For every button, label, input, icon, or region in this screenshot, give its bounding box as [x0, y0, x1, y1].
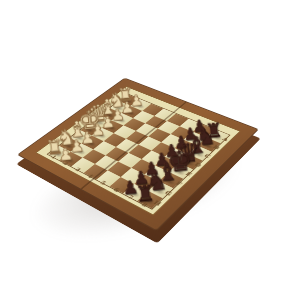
- black-rook-h8: ♜: [135, 182, 155, 205]
- chess-set-photo: ♜♟♟♜♞♟♟♞♝♟♟♝♛♟♟♛♚♟♟♚♝♟♟♝♞♟♟♞♜♟♟♜ 1234567…: [0, 0, 285, 285]
- board-frame: ♜♟♟♜♞♟♟♞♝♟♟♝♛♟♟♛♚♟♟♚♝♟♟♝♞♟♟♞♜♟♟♜ 1234567…: [17, 78, 259, 231]
- coordinate-border: ♜♟♟♜♞♟♟♞♝♟♟♝♛♟♟♛♚♟♟♚♝♟♟♝♞♟♟♞♜♟♟♜ 1234567…: [35, 86, 240, 215]
- chess-board: ♜♟♟♜♞♟♟♞♝♟♟♝♛♟♟♛♚♟♟♚♝♟♟♝♞♟♟♞♜♟♟♜ 1234567…: [17, 78, 259, 231]
- board-grid: ♜♟♟♜♞♟♟♞♝♟♟♝♛♟♟♛♚♟♟♚♝♟♟♝♞♟♟♞♜♟♟♜: [47, 94, 231, 210]
- perspective-scene: ♜♟♟♜♞♟♟♞♝♟♟♝♛♟♟♛♚♟♟♚♝♟♟♝♞♟♟♞♜♟♟♜ 1234567…: [52, 56, 224, 228]
- white-pawn-h2: ♟: [57, 146, 75, 164]
